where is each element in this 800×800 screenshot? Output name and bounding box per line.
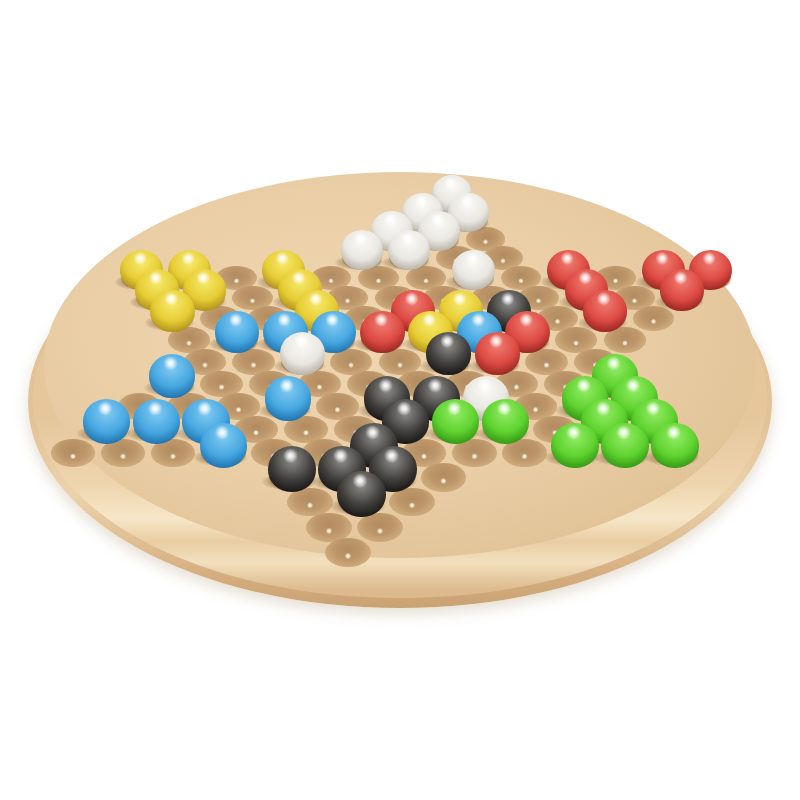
marble-white[interactable] xyxy=(341,230,383,270)
marble-white[interactable] xyxy=(388,230,430,270)
marble-white[interactable] xyxy=(452,250,495,291)
marble-blue[interactable] xyxy=(133,399,180,444)
marble-blue[interactable] xyxy=(265,376,312,420)
marble-green[interactable] xyxy=(432,399,479,444)
marble-black[interactable] xyxy=(426,332,471,375)
marble-black[interactable] xyxy=(268,446,316,492)
marble-blue[interactable] xyxy=(149,354,195,398)
marble-blue[interactable] xyxy=(200,423,248,468)
board-hole[interactable] xyxy=(51,439,96,467)
marble-green[interactable] xyxy=(651,423,699,468)
marble-green[interactable] xyxy=(551,423,599,468)
marble-green[interactable] xyxy=(601,423,649,468)
marble-blue[interactable] xyxy=(83,399,130,444)
marble-blue[interactable] xyxy=(215,311,260,354)
marble-white[interactable] xyxy=(280,332,325,375)
marble-yellow[interactable] xyxy=(150,290,194,332)
scene xyxy=(0,0,800,800)
board-hole[interactable] xyxy=(421,463,466,491)
marble-red[interactable] xyxy=(660,269,704,310)
marble-red[interactable] xyxy=(475,332,520,375)
marble-red[interactable] xyxy=(360,311,405,354)
marble-black[interactable] xyxy=(337,471,386,518)
marble-red[interactable] xyxy=(583,290,627,332)
marble-green[interactable] xyxy=(482,399,529,444)
